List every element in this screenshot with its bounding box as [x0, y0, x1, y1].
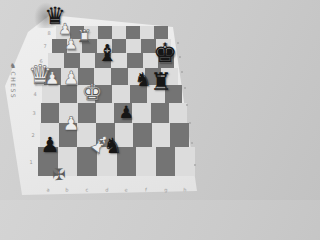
square-h3[interactable]: [169, 103, 187, 123]
piece-white-pawn-b3[interactable]: ♟: [62, 114, 79, 133]
rank-label-3: 3: [32, 111, 35, 116]
square-d3[interactable]: [96, 103, 114, 123]
brand-text: CHESS: [10, 72, 17, 100]
rank-label-7: 7: [43, 44, 46, 49]
square-e5[interactable]: [111, 68, 128, 85]
rank-label-8: 8: [47, 30, 50, 35]
square-e8[interactable]: [112, 26, 126, 39]
edge-dot-6: [191, 142, 193, 144]
square-h1[interactable]: [175, 147, 195, 176]
piece-black-rook-h4[interactable]: ♜: [150, 70, 172, 94]
edge-dot-3: [184, 87, 186, 89]
piece-white-pawn-b6[interactable]: ♟: [64, 37, 77, 52]
square-g8[interactable]: [140, 26, 154, 39]
square-f7[interactable]: [126, 39, 141, 53]
piece-black-king-h6[interactable]: ♚: [153, 39, 177, 66]
rank-label-4: 4: [33, 92, 36, 97]
corner-emblem-icon: ✠: [52, 167, 66, 183]
piece-black-pawn-e3[interactable]: ♟: [118, 104, 133, 121]
file-label-g: g: [164, 187, 167, 192]
square-f1[interactable]: [136, 147, 156, 176]
edge-dot-0: [177, 42, 179, 44]
file-label-f: f: [145, 187, 147, 192]
square-c3[interactable]: [78, 103, 96, 123]
edge-dot-7: [194, 164, 196, 166]
file-label-e: e: [125, 187, 128, 192]
piece-white-pawn-c5[interactable]: ♟: [63, 69, 79, 87]
piece-black-knight-f4[interactable]: ♞: [134, 70, 151, 89]
edge-dot-1: [179, 56, 181, 58]
edge-dot-5: [189, 122, 191, 124]
square-d8[interactable]: [98, 26, 112, 39]
piece-black-bishop-d6[interactable]: ♝: [97, 42, 118, 65]
file-label-h: h: [184, 187, 187, 192]
square-h2[interactable]: [170, 123, 189, 147]
knight-icon: ♞: [9, 62, 17, 72]
square-g3[interactable]: [151, 103, 169, 123]
square-b6[interactable]: [64, 53, 80, 68]
edge-dot-4: [186, 104, 188, 106]
square-f8[interactable]: [126, 26, 140, 39]
square-f6[interactable]: [127, 53, 143, 68]
piece-white-rook-c7[interactable]: ♜: [76, 28, 91, 45]
file-label-a: a: [46, 187, 49, 192]
edge-dot-2: [181, 71, 183, 73]
piece-black-knight-d2[interactable]: ♞: [104, 136, 123, 157]
file-label-d: d: [105, 187, 108, 192]
photo-scene: ♞CHESS ✠ 87654321abcdefgh ♛♟♜♟♝♚♛♟♟♚♞♜♟♟…: [0, 0, 200, 200]
rank-label-2: 2: [31, 133, 34, 138]
rank-label-1: 1: [29, 159, 32, 164]
piece-black-pawn-a2[interactable]: ♟: [41, 135, 60, 156]
file-label-c: c: [86, 187, 89, 192]
square-c6[interactable]: [80, 53, 96, 68]
square-a3[interactable]: [41, 103, 59, 123]
square-g2[interactable]: [152, 123, 171, 147]
board-brand: ♞CHESS: [9, 62, 16, 99]
piece-white-king-d4[interactable]: ♚: [82, 81, 103, 104]
piece-white-pawn-b4[interactable]: ♟: [44, 70, 59, 87]
square-e4[interactable]: [112, 85, 130, 103]
square-f2[interactable]: [133, 123, 152, 147]
square-f3[interactable]: [132, 103, 150, 123]
square-g1[interactable]: [156, 147, 176, 176]
